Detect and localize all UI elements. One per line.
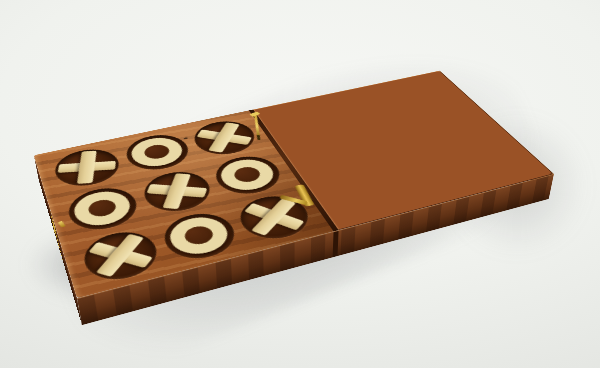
- solitaire-hole[interactable]: [248, 179, 277, 197]
- game-box-scene: [34, 71, 554, 299]
- ttt-cell[interactable]: [63, 183, 143, 236]
- solitaire-ball[interactable]: [224, 185, 248, 200]
- solitaire-ball[interactable]: [131, 174, 154, 188]
- hinge-seam: [249, 110, 339, 232]
- solitaire-ball[interactable]: [215, 223, 240, 239]
- solitaire-ball[interactable]: [164, 182, 187, 197]
- solitaire-ball[interactable]: [172, 197, 196, 212]
- solitaire-ball[interactable]: [249, 179, 273, 193]
- solitaire-hole[interactable]: [185, 229, 216, 250]
- solitaire-hole[interactable]: [162, 182, 191, 200]
- solitaire-ball[interactable]: [206, 207, 231, 223]
- solitaire-hole[interactable]: [155, 168, 183, 185]
- solitaire-hole[interactable]: [150, 219, 180, 239]
- ttt-cell[interactable]: [156, 208, 243, 265]
- solitaire-ball[interactable]: [216, 171, 239, 185]
- solitaire-ball[interactable]: [117, 210, 141, 226]
- latch-catch-pin: [58, 221, 66, 228]
- ttt-cell[interactable]: [78, 226, 164, 287]
- solitaire-hole[interactable]: [129, 173, 157, 190]
- solitaire-ball[interactable]: [138, 188, 161, 203]
- solitaire-hole[interactable]: [204, 206, 234, 225]
- ttt-cell[interactable]: [137, 167, 217, 217]
- solitaire-hole[interactable]: [239, 165, 268, 182]
- solitaire-hole[interactable]: [76, 185, 104, 203]
- wood-knot: [183, 137, 188, 139]
- game-box: [34, 71, 554, 299]
- solitaire-hole[interactable]: [82, 200, 110, 219]
- ttt-cell[interactable]: [187, 117, 262, 159]
- solitaire-ball[interactable]: [160, 236, 185, 253]
- ttt-cell[interactable]: [207, 151, 288, 199]
- solitaire-hole[interactable]: [136, 188, 164, 206]
- o-piece[interactable]: [214, 155, 280, 194]
- hinge-icon: [295, 184, 315, 206]
- solitaire-hole[interactable]: [214, 170, 243, 187]
- solitaire-hole[interactable]: [109, 194, 137, 213]
- solitaire-ball[interactable]: [111, 194, 134, 209]
- solitaire-hole[interactable]: [103, 179, 131, 197]
- o-piece[interactable]: [126, 134, 188, 171]
- o-piece[interactable]: [164, 212, 235, 259]
- solitaire-hole[interactable]: [170, 197, 199, 216]
- solitaire-hole[interactable]: [157, 236, 188, 257]
- solitaire-ball[interactable]: [145, 204, 169, 220]
- ttt-cell[interactable]: [231, 190, 318, 244]
- solitaire-ball[interactable]: [179, 213, 204, 229]
- photo-stage: [0, 0, 600, 368]
- solitaire-ball[interactable]: [190, 177, 213, 191]
- solitaire-ball[interactable]: [198, 191, 222, 206]
- solitaire-hole[interactable]: [143, 203, 172, 222]
- o-piece[interactable]: [70, 187, 136, 231]
- solitaire-ball[interactable]: [105, 180, 128, 194]
- solitaire-hole[interactable]: [213, 222, 244, 242]
- solitaire-ball[interactable]: [152, 220, 177, 236]
- solitaire-ball[interactable]: [89, 217, 113, 233]
- solitaire-hole[interactable]: [181, 162, 209, 179]
- solitaire-hole[interactable]: [222, 185, 251, 203]
- solitaire-ball[interactable]: [157, 168, 180, 182]
- solitaire-ball[interactable]: [188, 230, 213, 247]
- solitaire-ball[interactable]: [84, 201, 107, 216]
- solitaire-ball[interactable]: [78, 186, 101, 201]
- solitaire-ball[interactable]: [241, 165, 264, 179]
- solitaire-hole[interactable]: [177, 213, 207, 233]
- solitaire-hole[interactable]: [196, 191, 225, 209]
- ttt-cell[interactable]: [50, 144, 125, 191]
- solitaire-ball[interactable]: [183, 163, 206, 177]
- solitaire-hole[interactable]: [188, 176, 217, 194]
- solitaire-hole[interactable]: [87, 216, 116, 236]
- solitaire-hole[interactable]: [115, 210, 144, 229]
